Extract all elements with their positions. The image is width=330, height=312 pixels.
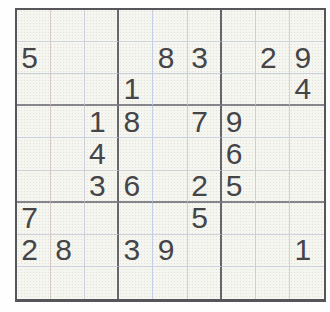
sudoku-cell-r1c4[interactable] — [119, 10, 153, 42]
sudoku-cell-r2c8[interactable]: 2 — [256, 42, 290, 74]
given-digit: 8 — [158, 43, 175, 73]
sudoku-cell-r9c6[interactable] — [188, 267, 222, 299]
sudoku-cell-r6c6[interactable]: 2 — [188, 171, 222, 203]
sudoku-cell-r8c4[interactable]: 3 — [119, 235, 153, 267]
sudoku-cell-r8c9[interactable]: 1 — [290, 235, 324, 267]
sudoku-cell-r7c1[interactable]: 7 — [17, 203, 51, 235]
sudoku-cell-r4c1[interactable] — [17, 106, 51, 138]
sudoku-cell-r9c9[interactable] — [290, 267, 324, 299]
sudoku-cell-r4c9[interactable] — [290, 106, 324, 138]
given-digit: 4 — [295, 74, 312, 104]
given-digit: 3 — [191, 43, 208, 73]
sudoku-cell-r6c2[interactable] — [51, 171, 85, 203]
sudoku-cell-r7c7[interactable] — [222, 203, 256, 235]
sudoku-cell-r3c5[interactable] — [153, 74, 187, 106]
sudoku-cell-r9c8[interactable] — [256, 267, 290, 299]
sudoku-cell-r8c2[interactable]: 8 — [51, 235, 85, 267]
sudoku-cell-r2c3[interactable] — [85, 42, 119, 74]
sudoku-cell-r3c1[interactable] — [17, 74, 51, 106]
given-digit: 5 — [21, 43, 38, 73]
sudoku-cell-r9c3[interactable] — [85, 267, 119, 299]
given-digit: 2 — [260, 43, 277, 73]
sudoku-cell-r1c9[interactable] — [290, 10, 324, 42]
sudoku-cell-r2c5[interactable]: 8 — [153, 42, 187, 74]
sudoku-cell-r4c7[interactable]: 9 — [222, 106, 256, 138]
sudoku-cell-r7c3[interactable] — [85, 203, 119, 235]
sudoku-cell-r3c3[interactable] — [85, 74, 119, 106]
sudoku-cell-r8c7[interactable] — [222, 235, 256, 267]
sudoku-cell-r1c6[interactable] — [188, 10, 222, 42]
sudoku-cell-r1c2[interactable] — [51, 10, 85, 42]
given-digit: 7 — [21, 203, 38, 233]
sudoku-cell-r1c3[interactable] — [85, 10, 119, 42]
sudoku-cell-r2c7[interactable] — [222, 42, 256, 74]
sudoku-cell-r2c2[interactable] — [51, 42, 85, 74]
sudoku-cell-r6c5[interactable] — [153, 171, 187, 203]
sudoku-cell-r5c5[interactable] — [153, 138, 187, 170]
sudoku-cell-r6c4[interactable]: 6 — [119, 171, 153, 203]
given-digit: 3 — [89, 171, 106, 201]
sudoku-cell-r4c3[interactable]: 1 — [85, 106, 119, 138]
sudoku-cell-r7c8[interactable] — [256, 203, 290, 235]
page: 583291418794636257528391 — [0, 0, 330, 312]
sudoku-cell-r8c8[interactable] — [256, 235, 290, 267]
sudoku-cell-r7c9[interactable] — [290, 203, 324, 235]
sudoku-cell-r5c8[interactable] — [256, 138, 290, 170]
sudoku-cell-r5c4[interactable] — [119, 138, 153, 170]
sudoku-cell-r4c8[interactable] — [256, 106, 290, 138]
given-digit: 4 — [89, 139, 106, 169]
sudoku-cell-r4c2[interactable] — [51, 106, 85, 138]
sudoku-cell-r5c2[interactable] — [51, 138, 85, 170]
given-digit: 7 — [191, 107, 208, 137]
given-digit: 6 — [226, 139, 243, 169]
sudoku-cell-r9c4[interactable] — [119, 267, 153, 299]
given-digit: 8 — [55, 235, 72, 265]
given-digit: 9 — [295, 43, 312, 73]
sudoku-cell-r9c1[interactable] — [17, 267, 51, 299]
sudoku-cell-r9c7[interactable] — [222, 267, 256, 299]
sudoku-cell-r1c7[interactable] — [222, 10, 256, 42]
sudoku-cell-r4c4[interactable]: 8 — [119, 106, 153, 138]
sudoku-cell-r3c9[interactable]: 4 — [290, 74, 324, 106]
given-digit: 1 — [89, 107, 106, 137]
sudoku-cell-r7c5[interactable] — [153, 203, 187, 235]
sudoku-cell-r4c5[interactable] — [153, 106, 187, 138]
sudoku-cell-r5c1[interactable] — [17, 138, 51, 170]
sudoku-cell-r5c7[interactable]: 6 — [222, 138, 256, 170]
sudoku-cell-r5c6[interactable] — [188, 138, 222, 170]
sudoku-cell-r3c7[interactable] — [222, 74, 256, 106]
sudoku-cell-r5c9[interactable] — [290, 138, 324, 170]
sudoku-board: 583291418794636257528391 — [15, 8, 326, 302]
sudoku-cell-r2c4[interactable] — [119, 42, 153, 74]
sudoku-cell-r1c5[interactable] — [153, 10, 187, 42]
sudoku-cell-r3c8[interactable] — [256, 74, 290, 106]
sudoku-cell-r2c6[interactable]: 3 — [188, 42, 222, 74]
given-digit: 9 — [158, 235, 175, 265]
sudoku-cell-r7c2[interactable] — [51, 203, 85, 235]
sudoku-cell-r6c9[interactable] — [290, 171, 324, 203]
sudoku-cell-r9c5[interactable] — [153, 267, 187, 299]
sudoku-cell-r3c2[interactable] — [51, 74, 85, 106]
sudoku-cell-r7c6[interactable]: 5 — [188, 203, 222, 235]
sudoku-cell-r6c7[interactable]: 5 — [222, 171, 256, 203]
sudoku-cell-r1c1[interactable] — [17, 10, 51, 42]
sudoku-cell-r4c6[interactable]: 7 — [188, 106, 222, 138]
given-digit: 5 — [226, 171, 243, 201]
given-digit: 2 — [191, 171, 208, 201]
sudoku-cell-r5c3[interactable]: 4 — [85, 138, 119, 170]
sudoku-cell-r6c1[interactable] — [17, 171, 51, 203]
given-digit: 8 — [124, 107, 141, 137]
given-digit: 5 — [191, 203, 208, 233]
given-digit: 9 — [226, 107, 243, 137]
sudoku-cell-r7c4[interactable] — [119, 203, 153, 235]
sudoku-cell-r9c2[interactable] — [51, 267, 85, 299]
given-digit: 1 — [124, 74, 141, 104]
sudoku-cell-r6c3[interactable]: 3 — [85, 171, 119, 203]
sudoku-cell-r8c6[interactable] — [188, 235, 222, 267]
sudoku-cell-r2c9[interactable]: 9 — [290, 42, 324, 74]
given-digit: 1 — [295, 235, 312, 265]
sudoku-cell-r1c8[interactable] — [256, 10, 290, 42]
sudoku-cell-r3c4[interactable]: 1 — [119, 74, 153, 106]
given-digit: 6 — [124, 171, 141, 201]
given-digit: 3 — [124, 235, 141, 265]
sudoku-cell-r8c1[interactable]: 2 — [17, 235, 51, 267]
sudoku-cell-r8c5[interactable]: 9 — [153, 235, 187, 267]
sudoku-cell-r3c6[interactable] — [188, 74, 222, 106]
sudoku-cell-r8c3[interactable] — [85, 235, 119, 267]
given-digit: 2 — [21, 235, 38, 265]
sudoku-cell-r2c1[interactable]: 5 — [17, 42, 51, 74]
sudoku-cell-r6c8[interactable] — [256, 171, 290, 203]
